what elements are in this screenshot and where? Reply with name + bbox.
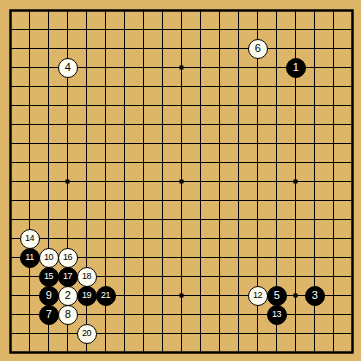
move-number: 3 <box>312 290 318 301</box>
stone-black-11: 11 <box>20 248 40 268</box>
move-number: 10 <box>44 253 53 262</box>
stone-white-2: 2 <box>58 286 78 306</box>
move-number: 12 <box>253 291 262 300</box>
move-number: 13 <box>272 310 281 319</box>
stone-white-12: 12 <box>248 286 268 306</box>
star-point <box>180 294 184 298</box>
move-number: 6 <box>255 43 261 54</box>
move-number: 16 <box>63 253 72 262</box>
stone-white-10: 10 <box>39 248 59 268</box>
go-board: 123456789101112131415161718192021 <box>0 0 361 361</box>
star-point <box>294 180 298 184</box>
star-point <box>180 180 184 184</box>
stone-black-3: 3 <box>305 286 325 306</box>
move-number: 15 <box>44 272 53 281</box>
move-number: 4 <box>65 62 71 73</box>
stone-black-5: 5 <box>267 286 287 306</box>
stone-black-1: 1 <box>286 58 306 78</box>
stone-black-19: 19 <box>77 286 97 306</box>
move-number: 11 <box>25 253 33 262</box>
stone-black-7: 7 <box>39 305 59 325</box>
move-number: 21 <box>101 291 110 300</box>
stone-white-14: 14 <box>20 229 40 249</box>
star-point <box>66 180 70 184</box>
move-number: 7 <box>46 309 52 320</box>
move-number: 2 <box>65 290 71 301</box>
move-number: 1 <box>293 62 299 73</box>
move-number: 5 <box>274 290 280 301</box>
move-number: 17 <box>63 272 72 281</box>
move-number: 8 <box>65 309 71 320</box>
move-number: 19 <box>82 291 91 300</box>
star-point <box>180 66 184 70</box>
move-number: 20 <box>82 329 91 338</box>
stone-white-4: 4 <box>58 58 78 78</box>
stone-white-16: 16 <box>58 248 78 268</box>
stone-black-9: 9 <box>39 286 59 306</box>
stone-white-6: 6 <box>248 39 268 59</box>
stone-black-17: 17 <box>58 267 78 287</box>
stone-white-8: 8 <box>58 305 78 325</box>
stone-white-20: 20 <box>77 324 97 344</box>
stone-black-15: 15 <box>39 267 59 287</box>
move-number: 9 <box>46 290 52 301</box>
star-point <box>294 294 298 298</box>
stone-white-18: 18 <box>77 267 97 287</box>
stone-black-13: 13 <box>267 305 287 325</box>
move-number: 18 <box>82 272 91 281</box>
move-number: 14 <box>25 234 34 243</box>
stone-black-21: 21 <box>96 286 116 306</box>
